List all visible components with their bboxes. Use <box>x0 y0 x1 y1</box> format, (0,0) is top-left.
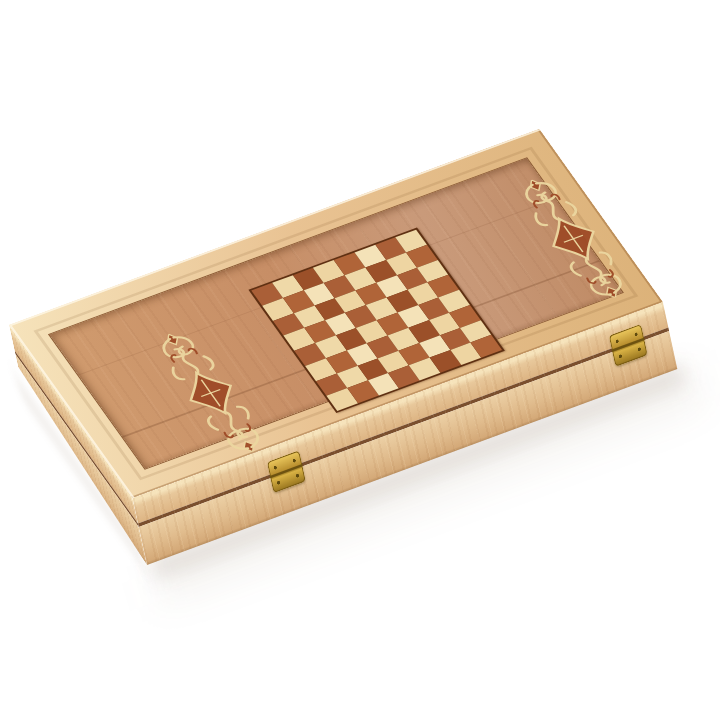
product-photo-stage <box>0 0 720 720</box>
